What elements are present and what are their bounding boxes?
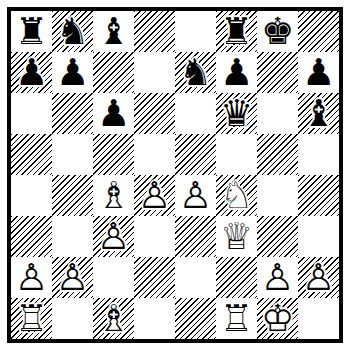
square-d8[interactable] — [134, 11, 175, 52]
square-a2[interactable]: ♟♙ — [11, 257, 52, 298]
square-f7[interactable]: ♟ — [216, 52, 257, 93]
square-d1[interactable] — [134, 298, 175, 339]
white-pawn[interactable]: ♟♙ — [134, 175, 175, 216]
black-pawn[interactable]: ♟ — [52, 52, 93, 93]
black-rook[interactable]: ♜ — [11, 11, 52, 52]
square-e2[interactable] — [175, 257, 216, 298]
black-knight[interactable]: ♞ — [52, 11, 93, 52]
square-f1[interactable]: ♜♖ — [216, 298, 257, 339]
square-d3[interactable] — [134, 216, 175, 257]
square-h2[interactable]: ♟♙ — [298, 257, 339, 298]
black-pawn[interactable]: ♟ — [11, 52, 52, 93]
square-h4[interactable] — [298, 175, 339, 216]
square-b5[interactable] — [52, 134, 93, 175]
black-rook[interactable]: ♜ — [216, 11, 257, 52]
square-a6[interactable] — [11, 93, 52, 134]
square-d4[interactable]: ♟♙ — [134, 175, 175, 216]
white-rook[interactable]: ♜♖ — [11, 298, 52, 339]
square-h8[interactable] — [298, 11, 339, 52]
square-c7[interactable] — [93, 52, 134, 93]
square-b6[interactable] — [52, 93, 93, 134]
black-pawn[interactable]: ♟ — [216, 52, 257, 93]
black-pawn[interactable]: ♟ — [298, 52, 339, 93]
black-bishop[interactable]: ♝ — [298, 93, 339, 134]
white-bishop[interactable]: ♝♗ — [93, 175, 134, 216]
square-c1[interactable]: ♝♗ — [93, 298, 134, 339]
square-g3[interactable] — [257, 216, 298, 257]
square-g7[interactable] — [257, 52, 298, 93]
white-pawn[interactable]: ♟♙ — [93, 216, 134, 257]
black-king[interactable]: ♚ — [257, 11, 298, 52]
square-a5[interactable] — [11, 134, 52, 175]
black-knight[interactable]: ♞ — [175, 52, 216, 93]
square-e4[interactable]: ♟♙ — [175, 175, 216, 216]
black-queen[interactable]: ♛ — [216, 93, 257, 134]
square-d7[interactable] — [134, 52, 175, 93]
square-e3[interactable] — [175, 216, 216, 257]
square-g6[interactable] — [257, 93, 298, 134]
square-a3[interactable] — [11, 216, 52, 257]
square-f2[interactable] — [216, 257, 257, 298]
black-bishop[interactable]: ♝ — [93, 11, 134, 52]
square-h5[interactable] — [298, 134, 339, 175]
black-pawn[interactable]: ♟ — [93, 93, 134, 134]
white-pawn[interactable]: ♟♙ — [11, 257, 52, 298]
square-e5[interactable] — [175, 134, 216, 175]
square-e6[interactable] — [175, 93, 216, 134]
square-b1[interactable] — [52, 298, 93, 339]
board-frame: ♜♞♝♜♚♟♟♞♟♟♟♛♝♝♗♟♙♟♙♞♘♟♙♛♕♟♙♟♙♟♙♟♙♜♖♝♗♜♖♚… — [7, 7, 343, 343]
white-pawn[interactable]: ♟♙ — [175, 175, 216, 216]
white-pawn[interactable]: ♟♙ — [257, 257, 298, 298]
square-d6[interactable] — [134, 93, 175, 134]
square-h1[interactable] — [298, 298, 339, 339]
square-g4[interactable] — [257, 175, 298, 216]
square-e8[interactable] — [175, 11, 216, 52]
square-a7[interactable]: ♟ — [11, 52, 52, 93]
white-king[interactable]: ♚♔ — [257, 298, 298, 339]
square-b8[interactable]: ♞ — [52, 11, 93, 52]
square-c3[interactable]: ♟♙ — [93, 216, 134, 257]
square-b2[interactable]: ♟♙ — [52, 257, 93, 298]
square-f8[interactable]: ♜ — [216, 11, 257, 52]
square-g1[interactable]: ♚♔ — [257, 298, 298, 339]
square-d2[interactable] — [134, 257, 175, 298]
square-f4[interactable]: ♞♘ — [216, 175, 257, 216]
square-d5[interactable] — [134, 134, 175, 175]
white-knight[interactable]: ♞♘ — [216, 175, 257, 216]
square-c6[interactable]: ♟ — [93, 93, 134, 134]
chess-board: ♜♞♝♜♚♟♟♞♟♟♟♛♝♝♗♟♙♟♙♞♘♟♙♛♕♟♙♟♙♟♙♟♙♜♖♝♗♜♖♚… — [11, 11, 339, 339]
square-g8[interactable]: ♚ — [257, 11, 298, 52]
square-g5[interactable] — [257, 134, 298, 175]
square-f5[interactable] — [216, 134, 257, 175]
white-queen[interactable]: ♛♕ — [216, 216, 257, 257]
square-b4[interactable] — [52, 175, 93, 216]
square-a4[interactable] — [11, 175, 52, 216]
square-c8[interactable]: ♝ — [93, 11, 134, 52]
square-c2[interactable] — [93, 257, 134, 298]
square-h7[interactable]: ♟ — [298, 52, 339, 93]
square-h3[interactable] — [298, 216, 339, 257]
white-bishop[interactable]: ♝♗ — [93, 298, 134, 339]
white-rook[interactable]: ♜♖ — [216, 298, 257, 339]
square-f3[interactable]: ♛♕ — [216, 216, 257, 257]
square-g2[interactable]: ♟♙ — [257, 257, 298, 298]
square-c5[interactable] — [93, 134, 134, 175]
square-b3[interactable] — [52, 216, 93, 257]
square-a1[interactable]: ♜♖ — [11, 298, 52, 339]
white-pawn[interactable]: ♟♙ — [52, 257, 93, 298]
square-a8[interactable]: ♜ — [11, 11, 52, 52]
square-e7[interactable]: ♞ — [175, 52, 216, 93]
square-e1[interactable] — [175, 298, 216, 339]
square-c4[interactable]: ♝♗ — [93, 175, 134, 216]
white-pawn[interactable]: ♟♙ — [298, 257, 339, 298]
square-h6[interactable]: ♝ — [298, 93, 339, 134]
square-b7[interactable]: ♟ — [52, 52, 93, 93]
square-f6[interactable]: ♛ — [216, 93, 257, 134]
